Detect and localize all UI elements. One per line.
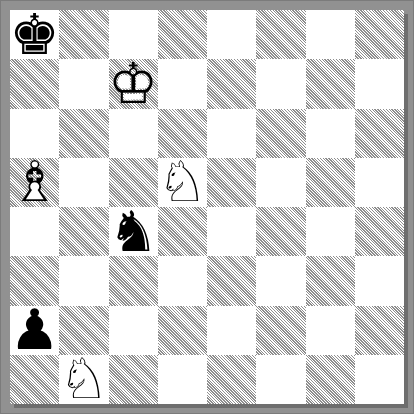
square-c6[interactable] <box>109 109 158 158</box>
square-g2[interactable] <box>306 306 355 355</box>
square-f3[interactable] <box>256 256 305 305</box>
square-f4[interactable] <box>256 207 305 256</box>
square-b1[interactable]: ♞♘ <box>59 355 108 404</box>
square-h4[interactable] <box>355 207 404 256</box>
square-f7[interactable] <box>256 59 305 108</box>
square-f1[interactable] <box>256 355 305 404</box>
black-knight-piece[interactable]: ♞ <box>109 207 158 256</box>
white-knight-piece[interactable]: ♘ <box>59 355 108 404</box>
white-king-piece[interactable]: ♔ <box>109 59 158 108</box>
square-a2[interactable]: ♟ <box>10 306 59 355</box>
square-h1[interactable] <box>355 355 404 404</box>
square-h2[interactable] <box>355 306 404 355</box>
board-frame: ♚♚♔♝♗♞♘♞♟♞♘ <box>0 0 414 414</box>
square-c2[interactable] <box>109 306 158 355</box>
square-d1[interactable] <box>158 355 207 404</box>
square-g1[interactable] <box>306 355 355 404</box>
square-b3[interactable] <box>59 256 108 305</box>
square-e4[interactable] <box>207 207 256 256</box>
square-h3[interactable] <box>355 256 404 305</box>
square-g5[interactable] <box>306 158 355 207</box>
square-d8[interactable] <box>158 10 207 59</box>
square-c1[interactable] <box>109 355 158 404</box>
square-c7[interactable]: ♚♔ <box>109 59 158 108</box>
square-d4[interactable] <box>158 207 207 256</box>
square-a8[interactable]: ♚ <box>10 10 59 59</box>
square-e1[interactable] <box>207 355 256 404</box>
square-d3[interactable] <box>158 256 207 305</box>
square-h7[interactable] <box>355 59 404 108</box>
square-e3[interactable] <box>207 256 256 305</box>
square-g6[interactable] <box>306 109 355 158</box>
square-e8[interactable] <box>207 10 256 59</box>
square-a7[interactable] <box>10 59 59 108</box>
square-f2[interactable] <box>256 306 305 355</box>
square-g4[interactable] <box>306 207 355 256</box>
square-a1[interactable] <box>10 355 59 404</box>
square-e2[interactable] <box>207 306 256 355</box>
square-g7[interactable] <box>306 59 355 108</box>
square-a5[interactable]: ♝♗ <box>10 158 59 207</box>
white-bishop-piece[interactable]: ♗ <box>10 158 59 207</box>
square-h5[interactable] <box>355 158 404 207</box>
chess-board: ♚♚♔♝♗♞♘♞♟♞♘ <box>10 10 404 404</box>
square-f6[interactable] <box>256 109 305 158</box>
square-d2[interactable] <box>158 306 207 355</box>
square-d7[interactable] <box>158 59 207 108</box>
square-f8[interactable] <box>256 10 305 59</box>
square-d5[interactable]: ♞♘ <box>158 158 207 207</box>
black-king-piece[interactable]: ♚ <box>10 10 59 59</box>
square-e7[interactable] <box>207 59 256 108</box>
square-c4[interactable]: ♞ <box>109 207 158 256</box>
square-b8[interactable] <box>59 10 108 59</box>
square-c3[interactable] <box>109 256 158 305</box>
square-b6[interactable] <box>59 109 108 158</box>
square-g8[interactable] <box>306 10 355 59</box>
square-a4[interactable] <box>10 207 59 256</box>
square-b5[interactable] <box>59 158 108 207</box>
square-g3[interactable] <box>306 256 355 305</box>
white-knight-piece[interactable]: ♘ <box>158 158 207 207</box>
square-e5[interactable] <box>207 158 256 207</box>
square-h8[interactable] <box>355 10 404 59</box>
square-e6[interactable] <box>207 109 256 158</box>
square-h6[interactable] <box>355 109 404 158</box>
square-f5[interactable] <box>256 158 305 207</box>
square-b4[interactable] <box>59 207 108 256</box>
square-b7[interactable] <box>59 59 108 108</box>
black-pawn-piece[interactable]: ♟ <box>10 306 59 355</box>
